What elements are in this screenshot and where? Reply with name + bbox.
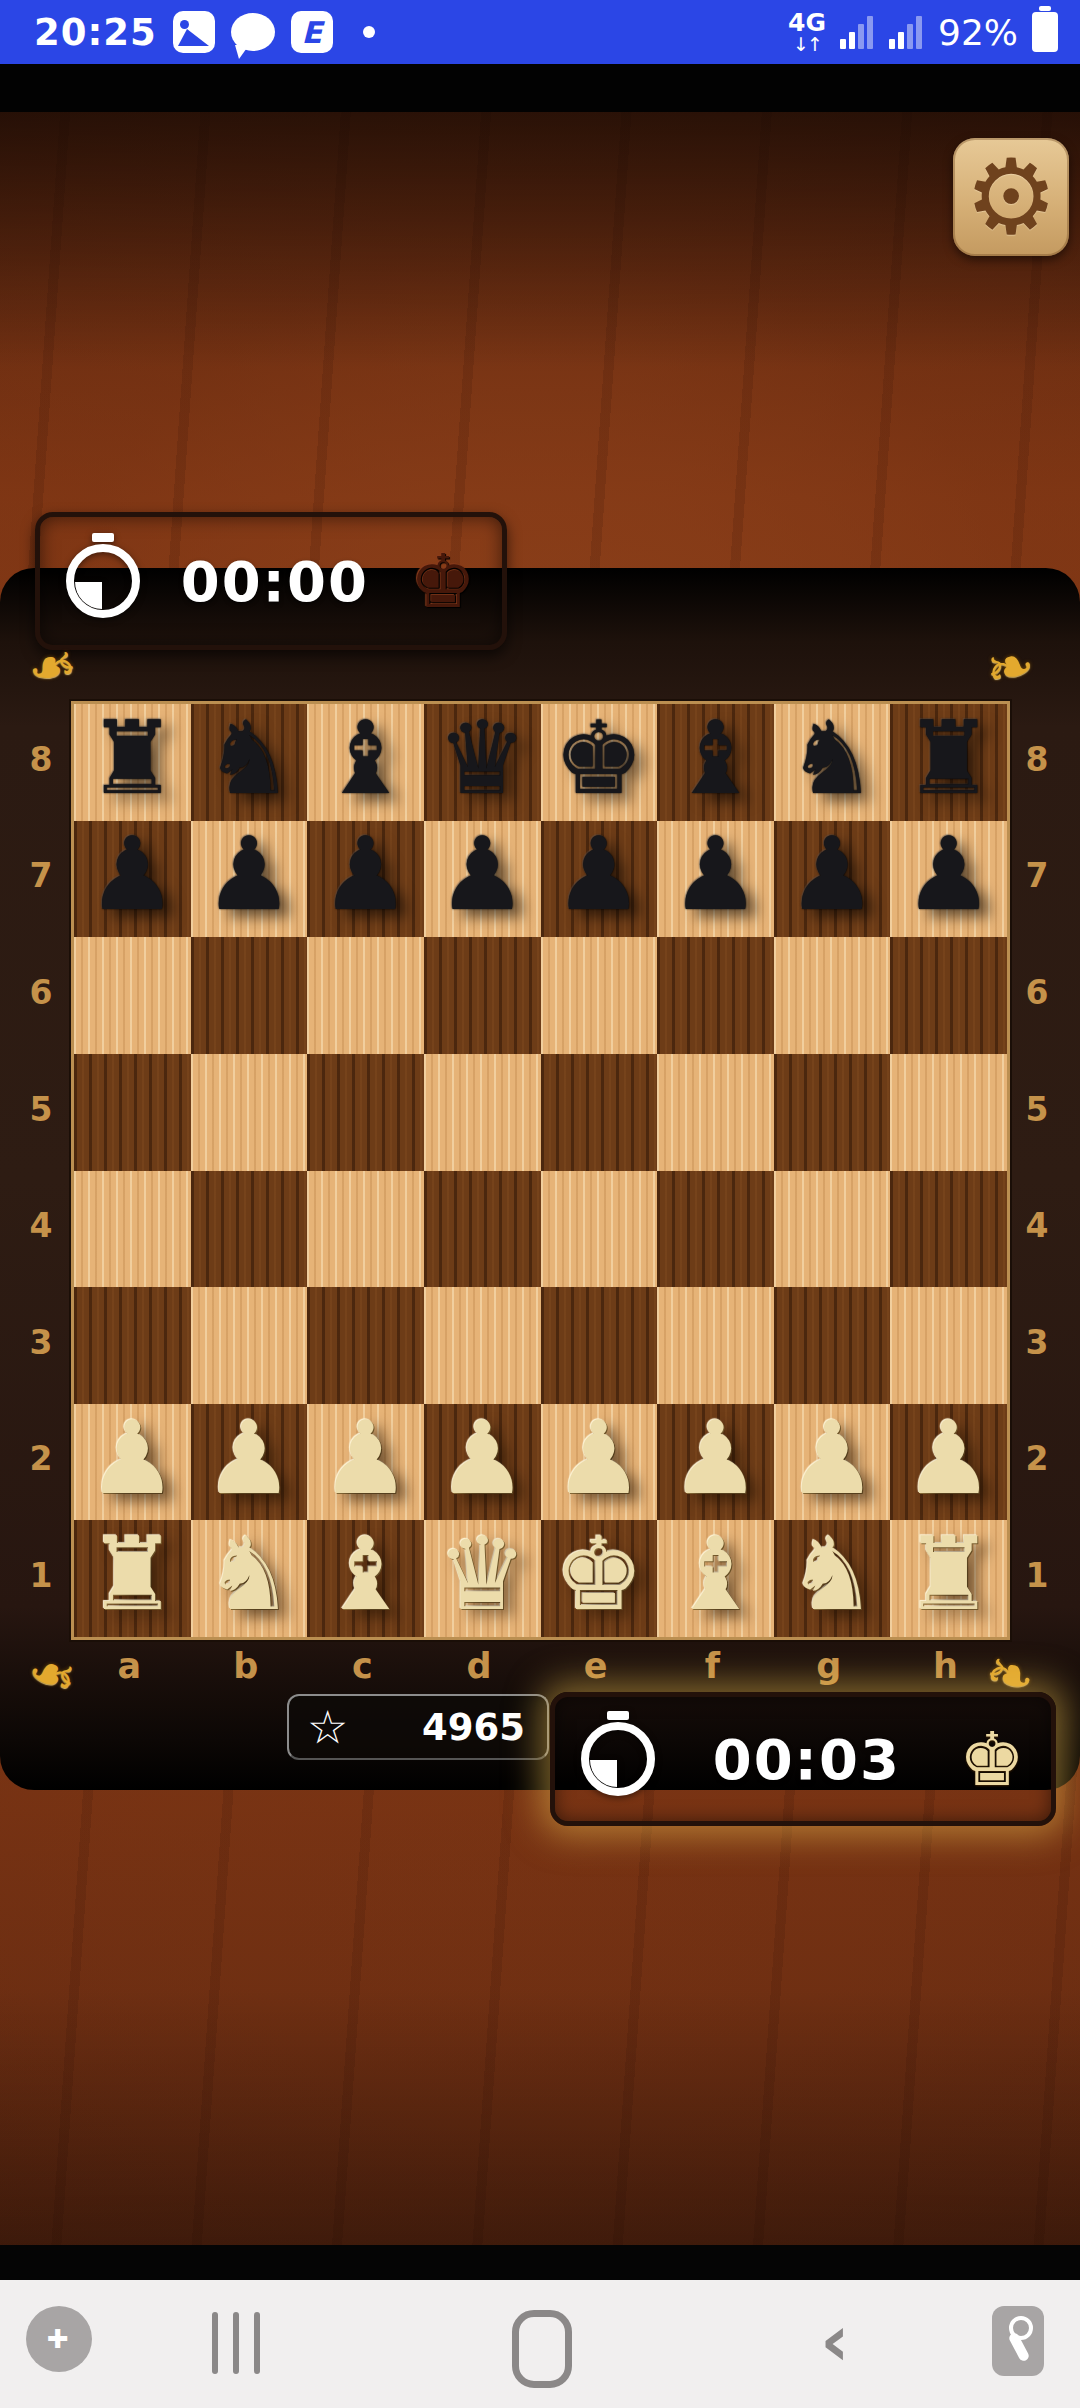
- white-knight-piece: ♞: [204, 1524, 295, 1625]
- file-label-g: g: [771, 1644, 888, 1688]
- square-a1[interactable]: ♜: [74, 1520, 191, 1637]
- signal-strength-icon: [840, 15, 873, 49]
- rank-label-5: 5: [1014, 1051, 1060, 1168]
- chess-board[interactable]: ♜♞♝♛♚♝♞♜♟♟♟♟♟♟♟♟♟♟♟♟♟♟♟♟♜♞♝♛♚♝♞♜: [71, 701, 1010, 1640]
- white-rook-piece: ♜: [903, 1524, 994, 1625]
- square-e7[interactable]: ♟: [541, 821, 658, 938]
- battery-icon: [1032, 12, 1058, 52]
- square-a8[interactable]: ♜: [74, 704, 191, 821]
- square-g1[interactable]: ♞: [774, 1520, 891, 1637]
- square-f4[interactable]: [657, 1171, 774, 1288]
- square-c7[interactable]: ♟: [307, 821, 424, 938]
- star-icon: ☆: [307, 1704, 348, 1750]
- signal-strength-icon-2: [889, 15, 922, 49]
- white-king-piece: ♚: [554, 1524, 645, 1625]
- square-b8[interactable]: ♞: [191, 704, 308, 821]
- square-h7[interactable]: ♟: [890, 821, 1007, 938]
- rank-label-2: 2: [1014, 1401, 1060, 1518]
- file-label-f: f: [654, 1644, 771, 1688]
- black-pawn-piece: ♟: [670, 824, 761, 925]
- stopwatch-icon: [66, 544, 140, 618]
- black-knight-piece: ♞: [787, 708, 878, 809]
- rank-label-5: 5: [18, 1051, 64, 1168]
- black-queen-piece: ♛: [437, 708, 528, 809]
- e-app-icon: E: [291, 11, 333, 53]
- black-bishop-piece: ♝: [670, 708, 761, 809]
- white-bishop-piece: ♝: [670, 1524, 761, 1625]
- square-d1[interactable]: ♛: [424, 1520, 541, 1637]
- navigation-bar: ✚ ‹: [0, 2280, 1080, 2408]
- filigree-ornament-top-right: ❧: [981, 634, 1039, 700]
- notification-dot-icon: [363, 26, 375, 38]
- square-g2[interactable]: ♟: [774, 1404, 891, 1521]
- filigree-ornament-top-left: ❧: [23, 634, 81, 700]
- white-pawn-piece: ♟: [437, 1408, 528, 1509]
- status-bar-right: 4G ↓↑ 92%: [788, 10, 1080, 54]
- square-g6[interactable]: [774, 937, 891, 1054]
- battery-percent: 92%: [938, 12, 1018, 53]
- rank-labels-right: 87654321: [1014, 701, 1060, 1634]
- square-e6[interactable]: [541, 937, 658, 1054]
- square-b5[interactable]: [191, 1054, 308, 1171]
- square-b7[interactable]: ♟: [191, 821, 308, 938]
- square-b4[interactable]: [191, 1171, 308, 1288]
- square-c6[interactable]: [307, 937, 424, 1054]
- file-label-e: e: [537, 1644, 654, 1688]
- square-a4[interactable]: [74, 1171, 191, 1288]
- square-c8[interactable]: ♝: [307, 704, 424, 821]
- black-pawn-piece: ♟: [554, 824, 645, 925]
- square-c2[interactable]: ♟: [307, 1404, 424, 1521]
- black-pawn-piece: ♟: [437, 824, 528, 925]
- square-g8[interactable]: ♞: [774, 704, 891, 821]
- square-g4[interactable]: [774, 1171, 891, 1288]
- network-type-icon: 4G ↓↑: [788, 10, 826, 54]
- clock-time-status: 20:25: [34, 11, 157, 54]
- square-f6[interactable]: [657, 937, 774, 1054]
- rank-label-6: 6: [1014, 934, 1060, 1051]
- black-rook-piece: ♜: [903, 708, 994, 809]
- file-label-c: c: [304, 1644, 421, 1688]
- white-clock-banner: 00:03 ♚: [550, 1692, 1056, 1826]
- file-label-d: d: [421, 1644, 538, 1688]
- square-c4[interactable]: [307, 1171, 424, 1288]
- square-d8[interactable]: ♛: [424, 704, 541, 821]
- square-h2[interactable]: ♟: [890, 1404, 1007, 1521]
- square-c5[interactable]: [307, 1054, 424, 1171]
- square-h4[interactable]: [890, 1171, 1007, 1288]
- back-button[interactable]: ‹: [820, 2306, 850, 2374]
- white-rook-piece: ♜: [87, 1524, 178, 1625]
- gallery-icon: [173, 11, 215, 53]
- rank-label-8: 8: [1014, 701, 1060, 818]
- file-label-a: a: [71, 1644, 188, 1688]
- white-knight-piece: ♞: [787, 1524, 878, 1625]
- rank-label-4: 4: [1014, 1167, 1060, 1284]
- black-pawn-piece: ♟: [787, 824, 878, 925]
- white-pawn-piece: ♟: [320, 1408, 411, 1509]
- square-a3[interactable]: [74, 1287, 191, 1404]
- square-h8[interactable]: ♜: [890, 704, 1007, 821]
- black-king-icon: ♚: [410, 544, 476, 618]
- square-h6[interactable]: [890, 937, 1007, 1054]
- black-clock-banner: 00:00 ♚: [35, 512, 507, 650]
- square-g3[interactable]: [774, 1287, 891, 1404]
- square-f3[interactable]: [657, 1287, 774, 1404]
- square-d5[interactable]: [424, 1054, 541, 1171]
- white-pawn-piece: ♟: [670, 1408, 761, 1509]
- white-pawn-piece: ♟: [903, 1408, 994, 1509]
- rank-label-2: 2: [18, 1401, 64, 1518]
- square-b1[interactable]: ♞: [191, 1520, 308, 1637]
- rank-label-1: 1: [1014, 1517, 1060, 1634]
- black-clock-time: 00:00: [140, 549, 410, 614]
- white-clock-time: 00:03: [655, 1727, 959, 1792]
- white-pawn-piece: ♟: [87, 1408, 178, 1509]
- black-pawn-piece: ♟: [320, 824, 411, 925]
- square-e8[interactable]: ♚: [541, 704, 658, 821]
- rank-labels-left: 87654321: [18, 701, 64, 1634]
- square-d4[interactable]: [424, 1171, 541, 1288]
- square-f8[interactable]: ♝: [657, 704, 774, 821]
- square-c3[interactable]: [307, 1287, 424, 1404]
- settings-button[interactable]: ⚙: [953, 138, 1069, 256]
- square-g7[interactable]: ♟: [774, 821, 891, 938]
- square-e4[interactable]: [541, 1171, 658, 1288]
- square-h5[interactable]: [890, 1054, 1007, 1171]
- square-d7[interactable]: ♟: [424, 821, 541, 938]
- black-knight-piece: ♞: [204, 708, 295, 809]
- rank-label-7: 7: [1014, 818, 1060, 935]
- home-button[interactable]: [512, 2310, 572, 2388]
- file-label-b: b: [188, 1644, 305, 1688]
- rank-label-3: 3: [1014, 1284, 1060, 1401]
- black-bishop-piece: ♝: [320, 708, 411, 809]
- square-b3[interactable]: [191, 1287, 308, 1404]
- square-a7[interactable]: ♟: [74, 821, 191, 938]
- black-pawn-piece: ♟: [87, 824, 178, 925]
- square-f2[interactable]: ♟: [657, 1404, 774, 1521]
- gear-icon: ⚙: [964, 145, 1057, 249]
- black-pawn-piece: ♟: [204, 824, 295, 925]
- white-bishop-piece: ♝: [320, 1524, 411, 1625]
- black-king-piece: ♚: [554, 708, 645, 809]
- top-black-strip: [0, 64, 1080, 112]
- square-f5[interactable]: [657, 1054, 774, 1171]
- square-b6[interactable]: [191, 937, 308, 1054]
- square-d3[interactable]: [424, 1287, 541, 1404]
- rank-label-7: 7: [18, 818, 64, 935]
- white-king-icon: ♚: [959, 1722, 1025, 1796]
- square-a2[interactable]: ♟: [74, 1404, 191, 1521]
- square-e3[interactable]: [541, 1287, 658, 1404]
- rank-label-8: 8: [18, 701, 64, 818]
- rank-label-6: 6: [18, 934, 64, 1051]
- chat-bubble-icon: [231, 13, 275, 51]
- bottom-black-strip: [0, 2245, 1080, 2280]
- game-tools-icon[interactable]: ✚: [26, 2306, 92, 2372]
- rating-badge: ☆ 4965: [287, 1694, 549, 1760]
- square-c1[interactable]: ♝: [307, 1520, 424, 1637]
- black-rook-piece: ♜: [87, 708, 178, 809]
- file-label-h: h: [887, 1644, 1004, 1688]
- square-g5[interactable]: [774, 1054, 891, 1171]
- square-b2[interactable]: ♟: [191, 1404, 308, 1521]
- white-pawn-piece: ♟: [554, 1408, 645, 1509]
- white-pawn-piece: ♟: [204, 1408, 295, 1509]
- white-pawn-piece: ♟: [787, 1408, 878, 1509]
- rating-value: 4965: [348, 1706, 525, 1749]
- stopwatch-icon: [581, 1722, 655, 1796]
- square-e1[interactable]: ♚: [541, 1520, 658, 1637]
- square-h3[interactable]: [890, 1287, 1007, 1404]
- square-a5[interactable]: [74, 1054, 191, 1171]
- square-e5[interactable]: [541, 1054, 658, 1171]
- square-f1[interactable]: ♝: [657, 1520, 774, 1637]
- rank-label-4: 4: [18, 1167, 64, 1284]
- white-queen-piece: ♛: [437, 1524, 528, 1625]
- rank-label-3: 3: [18, 1284, 64, 1401]
- recents-button[interactable]: [212, 2312, 260, 2374]
- status-bar: 20:25 E 4G ↓↑ 92%: [0, 0, 1080, 64]
- touch-assist-icon[interactable]: [992, 2306, 1044, 2376]
- file-labels-bottom: abcdefgh: [71, 1644, 1004, 1688]
- square-a6[interactable]: [74, 937, 191, 1054]
- square-d2[interactable]: ♟: [424, 1404, 541, 1521]
- square-d6[interactable]: [424, 937, 541, 1054]
- black-pawn-piece: ♟: [903, 824, 994, 925]
- rank-label-1: 1: [18, 1517, 64, 1634]
- square-f7[interactable]: ♟: [657, 821, 774, 938]
- status-bar-left: 20:25 E: [0, 11, 375, 54]
- square-h1[interactable]: ♜: [890, 1520, 1007, 1637]
- square-e2[interactable]: ♟: [541, 1404, 658, 1521]
